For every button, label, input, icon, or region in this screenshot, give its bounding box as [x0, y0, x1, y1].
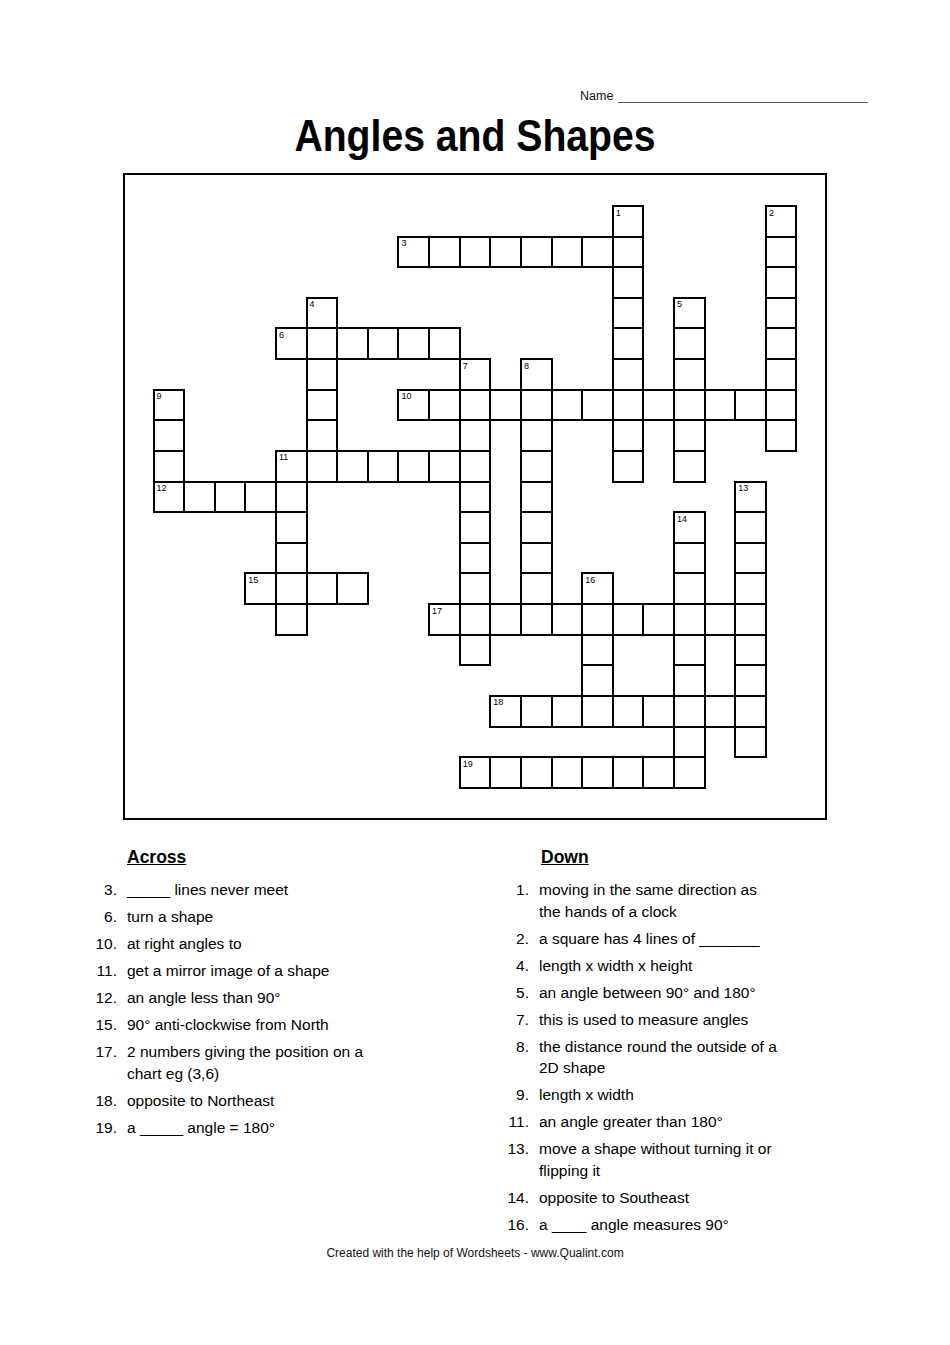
cell-r6c12[interactable]: [520, 389, 553, 422]
cell-r10c12[interactable]: [520, 511, 553, 544]
cell-r14c19[interactable]: [734, 634, 767, 667]
clue-number-19: 19: [463, 759, 473, 769]
cell-r5c5[interactable]: [306, 358, 339, 391]
across-clues-section: Across 3._____ lines never meet 6.turn a…: [85, 847, 473, 1144]
cell-r13c16[interactable]: [642, 603, 675, 636]
clue-down-7: 7.this is used to measure angles: [497, 1009, 897, 1031]
cell-r2c15[interactable]: [612, 266, 645, 299]
cell-r7c17[interactable]: [673, 419, 706, 452]
cell-r18c10[interactable]: 19: [459, 756, 492, 789]
cell-r10c17[interactable]: 14: [673, 511, 706, 544]
clue-number-7: 7: [463, 361, 468, 371]
clue-number-4: 4: [310, 299, 315, 309]
cell-r8c12[interactable]: [520, 450, 553, 483]
cell-r6c10[interactable]: [459, 389, 492, 422]
cell-r13c19[interactable]: [734, 603, 767, 636]
name-field-row: Name: [580, 89, 868, 103]
cell-r12c5[interactable]: [306, 572, 339, 605]
cell-r1c12[interactable]: [520, 236, 553, 269]
cell-r6c15[interactable]: [612, 389, 645, 422]
cell-r18c17[interactable]: [673, 756, 706, 789]
cell-r0c20[interactable]: 2: [765, 205, 798, 238]
cell-r1c8[interactable]: 3: [397, 236, 430, 269]
cell-r8c8[interactable]: [397, 450, 430, 483]
clue-across-17: 17.2 numbers giving the position on a ch…: [85, 1041, 473, 1084]
cell-r4c5[interactable]: [306, 327, 339, 360]
cell-r16c14[interactable]: [581, 695, 614, 728]
cell-r9c12[interactable]: [520, 481, 553, 514]
cell-r8c17[interactable]: [673, 450, 706, 483]
clue-down-1: 1.moving in the same direction as the ha…: [497, 879, 897, 922]
cell-r13c18[interactable]: [704, 603, 737, 636]
cell-r13c9[interactable]: 17: [428, 603, 461, 636]
cell-r1c9[interactable]: [428, 236, 461, 269]
clue-number-13: 13: [738, 483, 748, 493]
cell-r13c10[interactable]: [459, 603, 492, 636]
cell-r5c15[interactable]: [612, 358, 645, 391]
clue-across-3: 3._____ lines never meet: [85, 879, 473, 901]
cell-r9c10[interactable]: [459, 481, 492, 514]
clue-number-1: 1: [616, 208, 621, 218]
cell-r1c10[interactable]: [459, 236, 492, 269]
clue-down-16: 16.a ____ angle measures 90°: [497, 1214, 897, 1236]
clue-down-8: 8.the distance round the outside of a 2D…: [497, 1036, 897, 1079]
cell-r12c14[interactable]: 16: [581, 572, 614, 605]
cell-r11c10[interactable]: [459, 542, 492, 575]
cell-r7c12[interactable]: [520, 419, 553, 452]
cell-r15c17[interactable]: [673, 664, 706, 697]
name-blank-line[interactable]: [618, 89, 868, 103]
cell-r4c4[interactable]: 6: [275, 327, 308, 360]
cell-r8c6[interactable]: [336, 450, 369, 483]
cell-r10c10[interactable]: [459, 511, 492, 544]
cell-r18c14[interactable]: [581, 756, 614, 789]
cell-r6c11[interactable]: [489, 389, 522, 422]
clue-down-5: 5.an angle between 90° and 180°: [497, 982, 897, 1004]
clue-across-18: 18.opposite to Northeast: [85, 1090, 473, 1112]
down-clues-section: Down 1.moving in the same direction as t…: [497, 847, 897, 1241]
clue-number-9: 9: [157, 391, 162, 401]
cell-r16c15[interactable]: [612, 695, 645, 728]
cell-r6c14[interactable]: [581, 389, 614, 422]
cell-r12c19[interactable]: [734, 572, 767, 605]
cell-r13c17[interactable]: [673, 603, 706, 636]
cell-r13c15[interactable]: [612, 603, 645, 636]
cell-r6c0[interactable]: 9: [153, 389, 186, 422]
cell-r8c9[interactable]: [428, 450, 461, 483]
cell-r12c12[interactable]: [520, 572, 553, 605]
cell-r5c10[interactable]: 7: [459, 358, 492, 391]
cell-r6c9[interactable]: [428, 389, 461, 422]
clue-across-6: 6.turn a shape: [85, 906, 473, 928]
cell-r9c1[interactable]: [183, 481, 216, 514]
cell-r17c19[interactable]: [734, 726, 767, 759]
cell-r6c13[interactable]: [551, 389, 584, 422]
cell-r8c10[interactable]: [459, 450, 492, 483]
cell-r16c11[interactable]: 18: [489, 695, 522, 728]
cell-r17c17[interactable]: [673, 726, 706, 759]
cell-r9c2[interactable]: [214, 481, 247, 514]
cell-r14c14[interactable]: [581, 634, 614, 667]
cell-r10c19[interactable]: [734, 511, 767, 544]
cell-r18c13[interactable]: [551, 756, 584, 789]
cell-r0c15[interactable]: 1: [612, 205, 645, 238]
cell-r4c8[interactable]: [397, 327, 430, 360]
cell-r14c17[interactable]: [673, 634, 706, 667]
cell-r13c4[interactable]: [275, 603, 308, 636]
cell-r12c17[interactable]: [673, 572, 706, 605]
clue-number-15: 15: [248, 575, 258, 585]
clue-number-2: 2: [769, 208, 774, 218]
cell-r6c19[interactable]: [734, 389, 767, 422]
clue-down-11: 11.an angle greater than 180°: [497, 1111, 897, 1133]
cell-r3c20[interactable]: [765, 297, 798, 330]
clue-number-5: 5: [677, 299, 682, 309]
cell-r18c12[interactable]: [520, 756, 553, 789]
clue-across-10: 10.at right angles to: [85, 933, 473, 955]
cell-r1c15[interactable]: [612, 236, 645, 269]
clue-across-12: 12.an angle less than 90°: [85, 987, 473, 1009]
clue-across-15: 15.90° anti-clockwise from North: [85, 1014, 473, 1036]
cell-r18c11[interactable]: [489, 756, 522, 789]
cell-r6c5[interactable]: [306, 389, 339, 422]
worksheet-page: { "title": "Angles and Shapes", "name_la…: [0, 0, 950, 1345]
cell-r7c0[interactable]: [153, 419, 186, 452]
cell-r4c15[interactable]: [612, 327, 645, 360]
cell-r16c17[interactable]: [673, 695, 706, 728]
cell-r7c15[interactable]: [612, 419, 645, 452]
cell-r12c4[interactable]: [275, 572, 308, 605]
cell-r10c4[interactable]: [275, 511, 308, 544]
cell-r11c19[interactable]: [734, 542, 767, 575]
cell-r15c19[interactable]: [734, 664, 767, 697]
crossword-grid: 12345678910111213141516171819: [123, 173, 827, 820]
cell-r1c13[interactable]: [551, 236, 584, 269]
cell-r13c13[interactable]: [551, 603, 584, 636]
cell-r6c16[interactable]: [642, 389, 675, 422]
clue-down-4: 4.length x width x height: [497, 955, 897, 977]
clue-number-18: 18: [493, 697, 503, 707]
down-clue-list: 1.moving in the same direction as the ha…: [497, 879, 897, 1235]
clue-down-13: 13.move a shape without turning it or fl…: [497, 1138, 897, 1181]
name-label: Name: [580, 89, 613, 103]
cell-r3c15[interactable]: [612, 297, 645, 330]
cell-r18c15[interactable]: [612, 756, 645, 789]
cell-r7c10[interactable]: [459, 419, 492, 452]
cell-r11c4[interactable]: [275, 542, 308, 575]
clue-number-3: 3: [401, 238, 406, 248]
cell-r5c17[interactable]: [673, 358, 706, 391]
clue-number-12: 12: [157, 483, 167, 493]
clue-across-19: 19.a _____ angle = 180°: [85, 1117, 473, 1139]
cell-r12c3[interactable]: 15: [244, 572, 277, 605]
cell-r3c5[interactable]: 4: [306, 297, 339, 330]
cell-r16c19[interactable]: [734, 695, 767, 728]
page-title: Angles and Shapes: [62, 110, 889, 162]
cell-r13c11[interactable]: [489, 603, 522, 636]
cell-r9c19[interactable]: 13: [734, 481, 767, 514]
cell-r6c8[interactable]: 10: [397, 389, 430, 422]
cell-r1c14[interactable]: [581, 236, 614, 269]
cell-r1c20[interactable]: [765, 236, 798, 269]
cell-r8c4[interactable]: 11: [275, 450, 308, 483]
cell-r12c10[interactable]: [459, 572, 492, 605]
cell-r16c12[interactable]: [520, 695, 553, 728]
cell-r3c17[interactable]: 5: [673, 297, 706, 330]
clue-down-2: 2.a square has 4 lines of _______: [497, 928, 897, 950]
cell-r12c6[interactable]: [336, 572, 369, 605]
cell-r18c16[interactable]: [642, 756, 675, 789]
cell-r16c16[interactable]: [642, 695, 675, 728]
cell-r4c7[interactable]: [367, 327, 400, 360]
cell-r4c9[interactable]: [428, 327, 461, 360]
cell-r2c20[interactable]: [765, 266, 798, 299]
cell-r8c5[interactable]: [306, 450, 339, 483]
clue-number-14: 14: [677, 514, 687, 524]
cell-r6c17[interactable]: [673, 389, 706, 422]
cell-r7c5[interactable]: [306, 419, 339, 452]
cell-r4c17[interactable]: [673, 327, 706, 360]
clue-number-11: 11: [279, 452, 288, 462]
cell-r9c3[interactable]: [244, 481, 277, 514]
cell-r4c20[interactable]: [765, 327, 798, 360]
clue-across-11: 11.get a mirror image of a shape: [85, 960, 473, 982]
cell-r6c20[interactable]: [765, 389, 798, 422]
cell-r16c18[interactable]: [704, 695, 737, 728]
cell-r9c4[interactable]: [275, 481, 308, 514]
cell-r11c12[interactable]: [520, 542, 553, 575]
cell-r4c6[interactable]: [336, 327, 369, 360]
across-heading: Across: [127, 847, 473, 868]
clue-number-8: 8: [524, 361, 529, 371]
clue-number-10: 10: [401, 391, 411, 401]
clue-number-6: 6: [279, 330, 284, 340]
footer-credit: Created with the help of Wordsheets - ww…: [0, 1246, 950, 1260]
cell-r1c11[interactable]: [489, 236, 522, 269]
clue-down-9: 9.length x width: [497, 1084, 897, 1106]
clue-number-16: 16: [585, 575, 595, 585]
cell-r8c15[interactable]: [612, 450, 645, 483]
cell-r16c13[interactable]: [551, 695, 584, 728]
cell-r13c12[interactable]: [520, 603, 553, 636]
cell-r5c12[interactable]: 8: [520, 358, 553, 391]
cell-r7c20[interactable]: [765, 419, 798, 452]
cell-r5c20[interactable]: [765, 358, 798, 391]
cell-r6c18[interactable]: [704, 389, 737, 422]
cell-r8c7[interactable]: [367, 450, 400, 483]
cell-r9c0[interactable]: 12: [153, 481, 186, 514]
cell-r11c17[interactable]: [673, 542, 706, 575]
cell-r8c0[interactable]: [153, 450, 186, 483]
down-heading: Down: [541, 847, 897, 868]
across-clue-list: 3._____ lines never meet 6.turn a shape …: [85, 879, 473, 1138]
cell-r15c14[interactable]: [581, 664, 614, 697]
cell-r13c14[interactable]: [581, 603, 614, 636]
clue-down-14: 14.opposite to Southeast: [497, 1187, 897, 1209]
clue-number-17: 17: [432, 606, 442, 616]
cell-r14c10[interactable]: [459, 634, 492, 667]
